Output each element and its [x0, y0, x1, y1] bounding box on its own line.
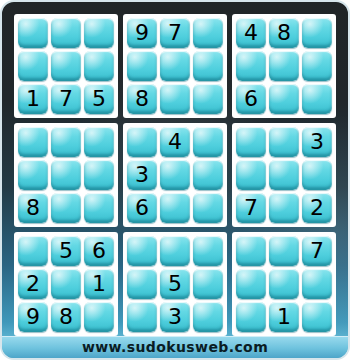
cell-r9c3[interactable]: [84, 302, 114, 332]
cell-r3c1[interactable]: 1: [18, 84, 48, 114]
cell-r2c8[interactable]: [269, 51, 299, 81]
cell-r4c6[interactable]: [193, 127, 223, 157]
cell-r9c6[interactable]: [193, 302, 223, 332]
box-9: 71: [232, 232, 336, 336]
box-6: 372: [232, 123, 336, 227]
cell-r6c3[interactable]: [84, 193, 114, 223]
cell-r2c7[interactable]: [236, 51, 266, 81]
cell-r2c1[interactable]: [18, 51, 48, 81]
cell-r6c2[interactable]: [51, 193, 81, 223]
cell-r1c1[interactable]: [18, 18, 48, 48]
cell-r5c6[interactable]: [193, 160, 223, 190]
cell-r7c3[interactable]: 6: [84, 236, 114, 266]
sudoku-grid: 17597848684363725621985371: [14, 14, 336, 336]
cell-r2c4[interactable]: [127, 51, 157, 81]
cell-r7c2[interactable]: 5: [51, 236, 81, 266]
cell-r2c3[interactable]: [84, 51, 114, 81]
cell-r6c7[interactable]: 7: [236, 193, 266, 223]
cell-r2c5[interactable]: [160, 51, 190, 81]
box-2: 978: [123, 14, 227, 118]
cell-r1c7[interactable]: 4: [236, 18, 266, 48]
cell-r8c7[interactable]: [236, 269, 266, 299]
cell-r3c9[interactable]: [302, 84, 332, 114]
box-5: 436: [123, 123, 227, 227]
cell-r6c9[interactable]: 2: [302, 193, 332, 223]
cell-r7c1[interactable]: [18, 236, 48, 266]
cell-r8c4[interactable]: [127, 269, 157, 299]
cell-r8c5[interactable]: 5: [160, 269, 190, 299]
cell-r5c5[interactable]: [160, 160, 190, 190]
cell-r1c3[interactable]: [84, 18, 114, 48]
box-8: 53: [123, 232, 227, 336]
cell-r3c6[interactable]: [193, 84, 223, 114]
cell-r4c1[interactable]: [18, 127, 48, 157]
cell-r8c9[interactable]: [302, 269, 332, 299]
cell-r5c1[interactable]: [18, 160, 48, 190]
cell-r4c5[interactable]: 4: [160, 127, 190, 157]
cell-r2c2[interactable]: [51, 51, 81, 81]
cell-r1c5[interactable]: 7: [160, 18, 190, 48]
cell-r4c7[interactable]: [236, 127, 266, 157]
cell-r7c8[interactable]: [269, 236, 299, 266]
cell-r1c2[interactable]: [51, 18, 81, 48]
cell-r5c2[interactable]: [51, 160, 81, 190]
cell-r1c8[interactable]: 8: [269, 18, 299, 48]
cell-r1c4[interactable]: 9: [127, 18, 157, 48]
cell-r6c1[interactable]: 8: [18, 193, 48, 223]
cell-r1c9[interactable]: [302, 18, 332, 48]
cell-r9c2[interactable]: 8: [51, 302, 81, 332]
cell-r2c9[interactable]: [302, 51, 332, 81]
box-3: 486: [232, 14, 336, 118]
cell-r7c5[interactable]: [160, 236, 190, 266]
cell-r8c6[interactable]: [193, 269, 223, 299]
footer-bar: www.sudokusweb.com: [2, 336, 348, 358]
cell-r9c7[interactable]: [236, 302, 266, 332]
cell-r5c8[interactable]: [269, 160, 299, 190]
cell-r7c6[interactable]: [193, 236, 223, 266]
cell-r2c6[interactable]: [193, 51, 223, 81]
cell-r6c8[interactable]: [269, 193, 299, 223]
cell-r8c3[interactable]: 1: [84, 269, 114, 299]
cell-r3c8[interactable]: [269, 84, 299, 114]
cell-r3c7[interactable]: 6: [236, 84, 266, 114]
cell-r5c3[interactable]: [84, 160, 114, 190]
box-7: 562198: [14, 232, 118, 336]
cell-r5c9[interactable]: [302, 160, 332, 190]
cell-r4c3[interactable]: [84, 127, 114, 157]
cell-r9c1[interactable]: 9: [18, 302, 48, 332]
cell-r8c8[interactable]: [269, 269, 299, 299]
cell-r8c1[interactable]: 2: [18, 269, 48, 299]
cell-r9c9[interactable]: [302, 302, 332, 332]
website-link[interactable]: www.sudokusweb.com: [82, 339, 268, 355]
cell-r5c4[interactable]: 3: [127, 160, 157, 190]
cell-r4c4[interactable]: [127, 127, 157, 157]
cell-r1c6[interactable]: [193, 18, 223, 48]
cell-r7c4[interactable]: [127, 236, 157, 266]
cell-r7c9[interactable]: 7: [302, 236, 332, 266]
box-4: 8: [14, 123, 118, 227]
cell-r6c4[interactable]: 6: [127, 193, 157, 223]
cell-r6c6[interactable]: [193, 193, 223, 223]
cell-r4c8[interactable]: [269, 127, 299, 157]
cell-r8c2[interactable]: [51, 269, 81, 299]
cell-r9c4[interactable]: [127, 302, 157, 332]
cell-r6c5[interactable]: [160, 193, 190, 223]
cell-r3c2[interactable]: 7: [51, 84, 81, 114]
box-1: 175: [14, 14, 118, 118]
cell-r9c8[interactable]: 1: [269, 302, 299, 332]
cell-r7c7[interactable]: [236, 236, 266, 266]
cell-r5c7[interactable]: [236, 160, 266, 190]
cell-r4c2[interactable]: [51, 127, 81, 157]
sudoku-board-plaque: 17597848684363725621985371 www.sudokuswe…: [0, 0, 350, 360]
cell-r9c5[interactable]: 3: [160, 302, 190, 332]
cell-r3c5[interactable]: [160, 84, 190, 114]
cell-r3c4[interactable]: 8: [127, 84, 157, 114]
cell-r4c9[interactable]: 3: [302, 127, 332, 157]
cell-r3c3[interactable]: 5: [84, 84, 114, 114]
